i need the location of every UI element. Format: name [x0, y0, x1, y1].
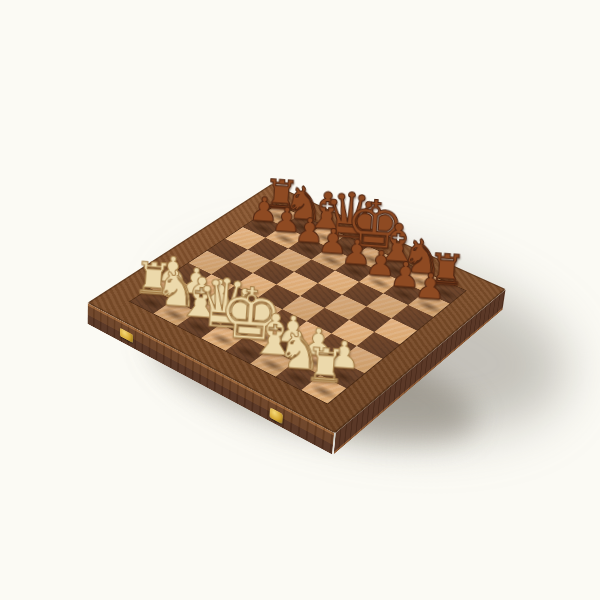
board-surface	[87, 184, 506, 434]
square-h6	[391, 305, 433, 330]
square-h4	[357, 332, 400, 359]
square-g4	[331, 320, 374, 346]
brass-hinge	[120, 328, 133, 343]
square-e4	[282, 296, 324, 321]
piece-shadow	[230, 343, 264, 362]
piece-shadow	[325, 366, 360, 386]
chess-board: ♜♞♝♛♚♝♞♜♟♟♟♟♟♟♟♟♟♟♟♟♟♟♟♟♜♞♝♛♚♝♞♜	[87, 184, 506, 434]
square-f1	[250, 349, 294, 377]
piece-shadow	[202, 304, 235, 322]
camera-roll-wrapper: ♜♞♝♛♚♝♞♜♟♟♟♟♟♟♟♟♟♟♟♟♟♟♟♟♜♞♝♛♚♝♞♜	[0, 0, 600, 600]
piece-shadow	[135, 294, 167, 312]
square-h3	[339, 346, 383, 373]
square-g3	[313, 333, 356, 360]
square-c1	[177, 312, 220, 338]
square-g5	[349, 306, 391, 332]
square-e1	[226, 337, 270, 364]
piece-shadow	[225, 316, 258, 335]
square-c2	[197, 299, 240, 324]
square-b2	[173, 287, 216, 312]
square-d2	[221, 311, 264, 337]
piece-shadow	[158, 306, 191, 324]
square-d1	[201, 324, 245, 351]
piece-shadow	[300, 354, 334, 374]
product-photo-scene: ♜♞♝♛♚♝♞♜♟♟♟♟♟♟♟♟♟♟♟♟♟♟♟♟♜♞♝♛♚♝♞♜	[0, 0, 600, 600]
square-f3	[288, 321, 331, 347]
square-b1	[154, 300, 197, 326]
piece-shadow	[274, 341, 308, 360]
square-h2	[320, 360, 364, 388]
square-g1	[276, 362, 321, 390]
piece-shadow	[182, 318, 215, 337]
square-e3	[264, 309, 307, 335]
square-a1	[130, 288, 173, 313]
brass-clasp	[270, 407, 284, 424]
piece-shadow	[255, 355, 289, 375]
piece-shadow	[281, 368, 316, 388]
piece-shadow	[306, 381, 341, 402]
piece-shadow	[250, 329, 283, 348]
square-f4	[307, 308, 350, 334]
square-h5	[374, 318, 417, 344]
square-e2	[245, 323, 288, 349]
square-f2	[270, 335, 314, 362]
square-d3	[240, 297, 283, 322]
piece-shadow	[206, 330, 239, 349]
piece-shadow	[178, 293, 210, 311]
square-h1	[301, 375, 346, 404]
square-g2	[295, 348, 339, 375]
perspective-wrapper: ♜♞♝♛♚♝♞♜♟♟♟♟♟♟♟♟♟♟♟♟♟♟♟♟♜♞♝♛♚♝♞♜	[0, 0, 600, 600]
